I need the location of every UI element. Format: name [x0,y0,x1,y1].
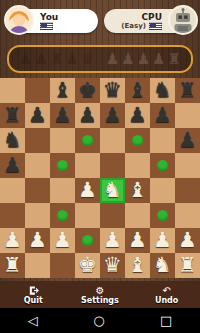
square-b8[interactable] [25,78,50,103]
square-a1[interactable]: ♜ [0,253,25,278]
square-a2[interactable]: ♟ [0,228,25,253]
white-pawn: ♟ [178,228,197,253]
cpu-difficulty: (Easy) [121,22,146,30]
square-b7[interactable]: ♟ [25,103,50,128]
square-e3[interactable] [100,203,125,228]
black-knight: ♞ [153,78,172,103]
legal-move-dot[interactable] [57,160,68,171]
exit-icon [28,285,39,296]
square-e5[interactable] [100,153,125,178]
gear-icon: ⚙ [96,285,105,296]
square-f2[interactable]: ♟ [125,228,150,253]
cpu-name: CPU [141,12,162,22]
square-f3[interactable] [125,203,150,228]
square-a6[interactable]: ♞ [0,128,25,153]
square-d7[interactable]: ♟ [75,103,100,128]
black-pawn: ♟ [178,128,197,153]
white-knight: ♞ [153,253,172,278]
black-pawn: ♟ [153,103,172,128]
black-queen: ♛ [103,78,122,103]
square-g2[interactable]: ♟ [150,228,175,253]
square-f8[interactable]: ♝ [125,78,150,103]
white-knight: ♞ [103,178,122,203]
square-d8[interactable]: ♚ [75,78,100,103]
square-g5[interactable] [150,153,175,178]
android-nav-bar: ◁ ○ □ [0,308,200,333]
square-d5[interactable] [75,153,100,178]
square-d1[interactable]: ♚ [75,253,100,278]
legal-move-dot[interactable] [82,135,93,146]
white-pawn: ♟ [153,228,172,253]
white-pawn: ♟ [128,228,147,253]
square-c3[interactable] [50,203,75,228]
us-flag-icon [40,22,53,30]
square-h2[interactable]: ♟ [175,228,200,253]
square-c7[interactable]: ♟ [50,103,75,128]
chess-app-screen: You CPU (Easy) ♟♟♜♟♛ ♟♟♟♟♜ ♝♚♛♝♞♜♜♟♟♟♟♟♟… [0,0,200,333]
us-flag-icon [149,22,162,30]
square-f5[interactable] [125,153,150,178]
square-h6[interactable]: ♟ [175,128,200,153]
square-c1[interactable] [50,253,75,278]
square-e6[interactable] [100,128,125,153]
robot-icon [168,5,198,35]
white-rook: ♜ [3,253,22,278]
square-f6[interactable] [125,128,150,153]
white-rook: ♜ [178,253,197,278]
square-g3[interactable] [150,203,175,228]
captured-white-ghosts: ♟♟♟♟♜ [106,52,181,67]
square-a4[interactable] [0,178,25,203]
square-f4[interactable]: ♝ [125,178,150,203]
undo-arrow-icon: ↶ [162,285,170,296]
legal-move-dot[interactable] [57,210,68,221]
back-icon[interactable]: ◁ [28,314,38,327]
square-h5[interactable] [175,153,200,178]
player-name: You [40,12,58,22]
black-pawn: ♟ [53,103,72,128]
square-b2[interactable]: ♟ [25,228,50,253]
square-a8[interactable] [0,78,25,103]
black-rook: ♜ [178,78,197,103]
chess-board[interactable]: ♝♚♛♝♞♜♜♟♟♟♟♟♟♞♟♟♟♞♝♟♟♟♟♟♟♟♜♚♛♝♞♜ [0,78,200,278]
square-d6[interactable] [75,128,100,153]
white-pawn: ♟ [103,228,122,253]
quit-button[interactable]: Quit [8,285,58,305]
home-icon[interactable]: ○ [93,314,104,327]
bottom-toolbar: Quit ⚙ Settings ↶ Undo [0,281,200,308]
square-d2[interactable] [75,228,100,253]
square-e7[interactable]: ♟ [100,103,125,128]
square-h4[interactable] [175,178,200,203]
square-b4[interactable] [25,178,50,203]
square-a7[interactable]: ♜ [0,103,25,128]
player-card-you: You [6,9,98,33]
black-pawn: ♟ [3,153,22,178]
square-b3[interactable] [25,203,50,228]
square-h7[interactable] [175,103,200,128]
square-e8[interactable]: ♛ [100,78,125,103]
black-pawn: ♟ [78,103,97,128]
square-c4[interactable] [50,178,75,203]
player-card-cpu: CPU (Easy) [104,9,196,33]
square-c6[interactable] [50,128,75,153]
white-king: ♚ [78,253,97,278]
square-e2[interactable]: ♟ [100,228,125,253]
black-king: ♚ [78,78,97,103]
legal-move-dot[interactable] [82,235,93,246]
square-d3[interactable] [75,203,100,228]
square-c2[interactable]: ♟ [50,228,75,253]
black-pawn: ♟ [28,103,47,128]
captured-black-ghosts: ♟♟♜♟♛ [19,52,94,67]
white-pawn: ♟ [78,178,97,203]
square-d4[interactable]: ♟ [75,178,100,203]
square-g4[interactable] [150,178,175,203]
square-b5[interactable] [25,153,50,178]
player-avatar [4,5,34,35]
square-h1[interactable]: ♜ [175,253,200,278]
square-e4[interactable]: ♞ [100,178,125,203]
legal-move-dot[interactable] [157,210,168,221]
square-g1[interactable]: ♞ [150,253,175,278]
square-f7[interactable]: ♟ [125,103,150,128]
black-rook: ♜ [3,103,22,128]
undo-button[interactable]: ↶ Undo [142,285,192,305]
square-h3[interactable] [175,203,200,228]
legal-move-dot[interactable] [157,160,168,171]
square-b1[interactable] [25,253,50,278]
square-a5[interactable]: ♟ [0,153,25,178]
black-knight: ♞ [3,128,22,153]
black-pawn: ♟ [103,103,122,128]
square-b6[interactable] [25,128,50,153]
black-bishop: ♝ [128,78,147,103]
white-bishop: ♝ [128,253,147,278]
white-pawn: ♟ [28,228,47,253]
square-g8[interactable]: ♞ [150,78,175,103]
square-h8[interactable]: ♜ [175,78,200,103]
square-g7[interactable]: ♟ [150,103,175,128]
square-a3[interactable] [0,203,25,228]
legal-move-dot[interactable] [132,135,143,146]
white-pawn: ♟ [3,228,22,253]
black-pawn: ♟ [128,103,147,128]
white-bishop: ♝ [128,178,147,203]
white-pawn: ♟ [53,228,72,253]
recents-icon[interactable]: □ [160,314,172,327]
white-queen: ♛ [103,253,122,278]
captured-pieces-tray: ♟♟♜♟♛ ♟♟♟♟♜ [7,45,193,73]
square-c5[interactable] [50,153,75,178]
square-c8[interactable]: ♝ [50,78,75,103]
black-bishop: ♝ [53,78,72,103]
square-g6[interactable] [150,128,175,153]
settings-button[interactable]: ⚙ Settings [75,285,125,305]
square-e1[interactable]: ♛ [100,253,125,278]
square-f1[interactable]: ♝ [125,253,150,278]
